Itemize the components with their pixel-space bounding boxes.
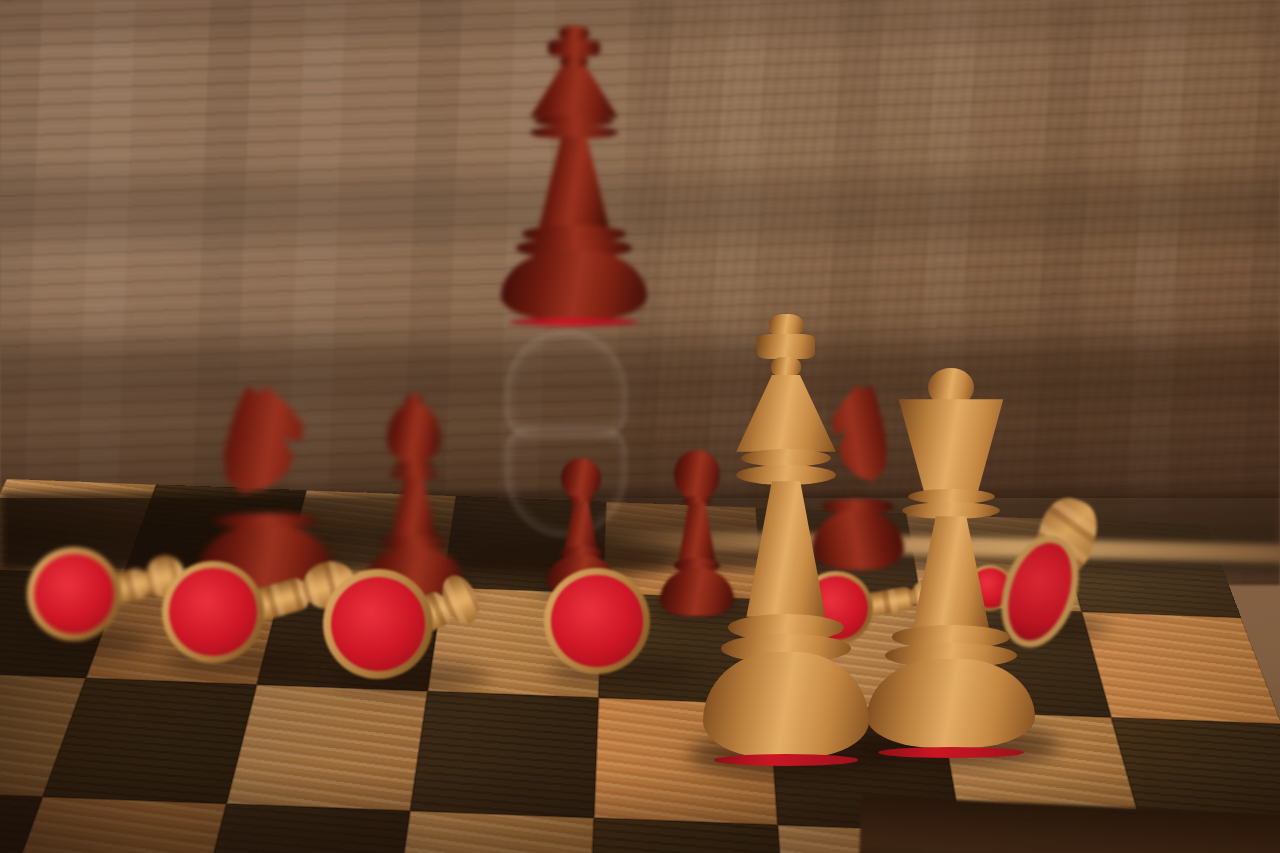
king-base xyxy=(703,652,868,758)
fallen-piece-felt xyxy=(551,575,642,666)
board-cell xyxy=(226,685,427,811)
fallen-light-pawn-1 xyxy=(27,547,121,641)
king-crown xyxy=(736,375,836,452)
queen-felt-base xyxy=(878,747,1024,758)
queen-stem xyxy=(913,516,990,629)
king-crown xyxy=(530,67,618,118)
board-cell xyxy=(191,804,410,853)
board-cell xyxy=(390,811,594,853)
fallen-piece-felt xyxy=(169,568,257,656)
hourglass-post xyxy=(482,327,491,537)
king-finial-top xyxy=(769,314,803,337)
queen-coronet xyxy=(895,399,1006,493)
bishop-mitre xyxy=(387,402,441,463)
fallen-light-pawn-2 xyxy=(162,561,264,663)
fallen-light-pawn-3 xyxy=(323,569,433,679)
fallen-piece-felt xyxy=(34,554,115,635)
king-finial-block xyxy=(548,40,600,57)
king-finial-neck xyxy=(560,55,587,69)
king-stem xyxy=(539,137,609,227)
king-base xyxy=(501,250,647,321)
chess-photo-scene xyxy=(0,0,1280,853)
king-stem xyxy=(746,481,825,617)
light-king xyxy=(700,314,872,766)
king-felt-base xyxy=(510,318,638,326)
board-cell xyxy=(1082,612,1280,724)
hourglass-post xyxy=(622,327,631,537)
knight-head xyxy=(207,386,325,517)
king-finial-block xyxy=(757,334,815,359)
fallen-piece-felt xyxy=(331,577,426,672)
king-finial-top xyxy=(559,26,589,41)
fallen-light-pawn-4 xyxy=(544,568,650,674)
king-finial-neck xyxy=(771,357,802,377)
king-felt-base xyxy=(714,754,858,766)
hourglass-post xyxy=(503,327,512,537)
dark-bishop xyxy=(362,394,466,598)
hourglass-post xyxy=(642,327,651,537)
dark-king-on-hourglass xyxy=(498,26,650,326)
pawn-head xyxy=(561,458,602,499)
bishop-stem xyxy=(391,478,437,539)
light-queen xyxy=(864,368,1038,758)
pawn-stem xyxy=(564,502,598,551)
queen-base xyxy=(867,659,1034,749)
board-cell xyxy=(410,691,598,818)
